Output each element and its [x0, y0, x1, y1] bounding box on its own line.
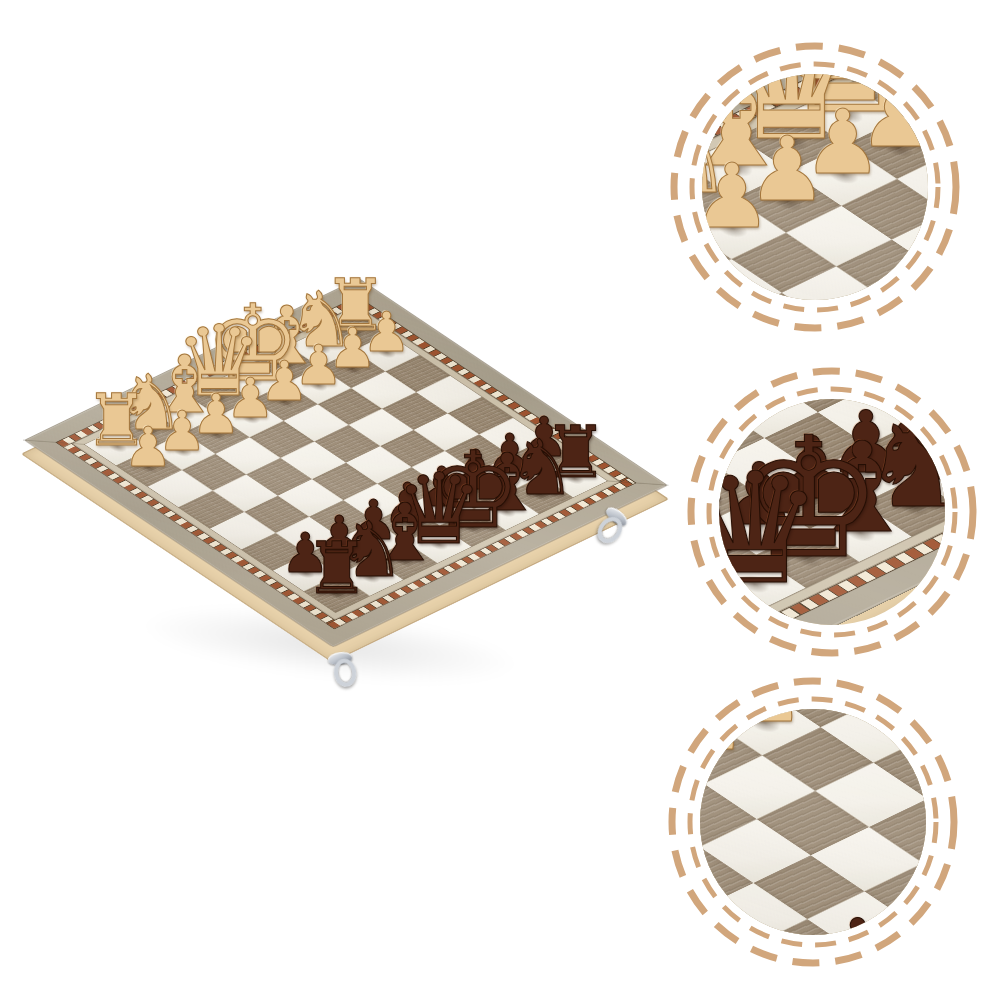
- piece-contact-shadow: [133, 420, 169, 441]
- inset-closeup-black-pieces: ♜♞♝♛♚♝♞♜♟♟♟♟♟♟♟♟♟♟♟♟♟♟♟♟♜♞♝♛♚♝♞♜: [687, 367, 977, 657]
- piece-contact-shadow: [266, 391, 302, 412]
- piece-contact-shadow: [885, 490, 942, 523]
- square-d7: [375, 505, 440, 542]
- piece-contact-shadow: [522, 484, 558, 505]
- piece-contact-shadow: [525, 447, 561, 468]
- latch-ring: [332, 657, 358, 688]
- inset-closeup-board-squares: ♜♞♝♛♚♝♞♜♟♟♟♟♟♟♟♟♟♟♟♟♟♟♟♟♜♞♝♛♚♝♞♜: [668, 677, 958, 967]
- square-b4: [213, 475, 278, 512]
- piece-contact-shadow: [488, 501, 524, 522]
- wooden-board-plane: [719, 399, 945, 625]
- inset-photo-white-pieces: ♜♞♝♛♚♝♞♜♟♟♟♟♟♟♟♟♟♟♟♟♟♟♟♟♜♞♝♛♚♝♞♜: [702, 74, 928, 300]
- square-d5: [312, 463, 377, 500]
- wooden-board-plane: [700, 709, 926, 935]
- square-b7: [307, 538, 372, 575]
- piece-contact-shadow: [368, 342, 404, 363]
- piece-contact-shadow: [167, 403, 203, 424]
- piece-contact-shadow: [334, 358, 370, 379]
- piece-contact-shadow: [201, 387, 237, 408]
- piece-contact-shadow: [423, 496, 459, 517]
- piece-contact-shadow: [337, 321, 373, 342]
- piece-contact-shadow: [818, 97, 877, 132]
- square-b6: [275, 517, 340, 554]
- piece-contact-shadow: [730, 509, 787, 542]
- square-c7: [341, 521, 406, 558]
- inset-photo-black-pieces: ♜♞♝♛♚♝♞♜♟♟♟♟♟♟♟♟♟♟♟♟♟♟♟♟♜♞♝♛♚♝♞♜: [719, 399, 945, 625]
- piece-contact-shadow: [300, 375, 336, 396]
- piece-contact-shadow: [321, 546, 357, 567]
- square-c6: [309, 500, 374, 537]
- piece-contact-shadow: [454, 517, 490, 538]
- square-e7: [409, 488, 474, 525]
- scene: ♜♞♝♛♚♝♞♜♟♟♟♟♟♟♟♟♟♟♟♟♟♟♟♟♜♞♝♛♚♝♞♜ ♜♞♝♛♚♝♞…: [0, 0, 1002, 1002]
- piece-contact-shadow: [702, 177, 712, 212]
- square-b5: [244, 496, 309, 533]
- piece-contact-shadow: [355, 529, 391, 550]
- piece-contact-shadow: [457, 480, 493, 501]
- piece-contact-shadow: [99, 436, 135, 457]
- piece-contact-shadow: [763, 123, 822, 158]
- inset-closeup-white-pieces: ♜♞♝♛♚♝♞♜♟♟♟♟♟♟♟♟♟♟♟♟♟♟♟♟♜♞♝♛♚♝♞♜: [670, 42, 960, 332]
- piece-contact-shadow: [165, 441, 201, 462]
- piece-contact-shadow: [303, 337, 339, 358]
- wooden-board-plane: [24, 278, 668, 647]
- piece-contact-shadow: [491, 463, 527, 484]
- inset-photo-board-squares: ♜♞♝♛♚♝♞♜♟♟♟♟♟♟♟♟♟♟♟♟♟♟♟♟♜♞♝♛♚♝♞♜: [700, 709, 926, 935]
- piece-contact-shadow: [232, 408, 268, 429]
- piece-contact-shadow: [814, 158, 873, 193]
- piece-contact-shadow: [353, 567, 389, 588]
- piece-contact-shadow: [783, 483, 840, 516]
- piece-contact-shadow: [287, 562, 323, 583]
- piece-contact-shadow: [235, 370, 271, 391]
- piece-contact-shadow: [319, 583, 355, 604]
- square-a7: [273, 554, 338, 591]
- metal-latch-front: [323, 650, 362, 694]
- piece-contact-shadow: [708, 150, 767, 185]
- square-b4: [700, 819, 811, 883]
- product-photo-page: { "game": { "name": "Chess", "descriptio…: [0, 0, 1002, 1002]
- playing-area: [700, 709, 926, 935]
- piece-contact-shadow: [832, 516, 889, 549]
- piece-contact-shadow: [389, 513, 425, 534]
- piece-contact-shadow: [199, 424, 235, 445]
- piece-contact-shadow: [269, 354, 305, 375]
- piece-contact-shadow: [131, 457, 167, 478]
- square-e6: [377, 467, 442, 504]
- piece-contact-shadow: [779, 542, 836, 575]
- piece-contact-shadow: [759, 184, 818, 219]
- playing-area: [719, 399, 945, 625]
- piece-contact-shadow: [836, 457, 893, 490]
- square-c4: [247, 458, 312, 495]
- piece-contact-shadow: [387, 550, 423, 571]
- wooden-board-plane: [702, 74, 928, 300]
- playing-area: [702, 74, 928, 300]
